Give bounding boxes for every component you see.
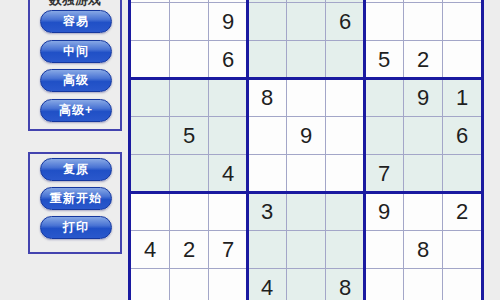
cell-r2c8[interactable] (404, 3, 442, 40)
cell-r9c9[interactable] (443, 269, 481, 300)
cell-r2c3[interactable]: 9 (209, 3, 247, 40)
cell-r1c2[interactable] (170, 0, 208, 2)
cell-r8c3[interactable]: 7 (209, 231, 247, 268)
action-button-restart[interactable]: 重新开始 (40, 187, 112, 210)
cell-r8c6[interactable] (326, 231, 364, 268)
cell-r6c6[interactable] (326, 155, 364, 192)
difficulty-button-advanced-plus[interactable]: 高级+ (40, 99, 112, 122)
cell-r5c1[interactable] (131, 117, 169, 154)
cell-r7c1[interactable] (131, 193, 169, 230)
sudoku-app: 数独游戏 容易 中间 高级 高级+ 复原 重新开始 打印 96652891596… (0, 0, 500, 300)
cell-r9c4[interactable]: 4 (248, 269, 286, 300)
cell-r4c5[interactable] (287, 79, 325, 116)
cell-r1c1[interactable] (131, 0, 169, 2)
cell-r3c8[interactable]: 2 (404, 41, 442, 78)
sudoku-board: 9665289159647392427848 (128, 0, 484, 300)
cell-r5c4[interactable] (248, 117, 286, 154)
cell-r2c4[interactable] (248, 3, 286, 40)
difficulty-button-advanced[interactable]: 高级 (40, 69, 112, 92)
action-button-print[interactable]: 打印 (40, 216, 112, 239)
cell-r5c8[interactable] (404, 117, 442, 154)
cell-r8c9[interactable] (443, 231, 481, 268)
cell-r1c7[interactable] (365, 0, 403, 2)
cell-r1c4[interactable] (248, 0, 286, 2)
cell-r2c7[interactable] (365, 3, 403, 40)
cell-r2c2[interactable] (170, 3, 208, 40)
cell-r4c9[interactable]: 1 (443, 79, 481, 116)
cell-r9c8[interactable] (404, 269, 442, 300)
cell-r6c7[interactable]: 7 (365, 155, 403, 192)
cell-r7c9[interactable]: 2 (443, 193, 481, 230)
cell-r1c8[interactable] (404, 0, 442, 2)
cell-r1c6[interactable] (326, 0, 364, 2)
cell-r2c5[interactable] (287, 3, 325, 40)
cell-r5c6[interactable] (326, 117, 364, 154)
cell-r1c9[interactable] (443, 0, 481, 2)
action-button-restore[interactable]: 复原 (40, 158, 112, 181)
cell-r5c9[interactable]: 6 (443, 117, 481, 154)
cell-r7c8[interactable] (404, 193, 442, 230)
cell-r2c6[interactable]: 6 (326, 3, 364, 40)
cell-r8c1[interactable]: 4 (131, 231, 169, 268)
cell-r4c8[interactable]: 9 (404, 79, 442, 116)
cell-r4c3[interactable] (209, 79, 247, 116)
cell-r9c6[interactable]: 8 (326, 269, 364, 300)
cell-r9c7[interactable] (365, 269, 403, 300)
cell-r4c4[interactable]: 8 (248, 79, 286, 116)
cell-r1c3[interactable] (209, 0, 247, 2)
cell-r3c3[interactable]: 6 (209, 41, 247, 78)
cell-r9c1[interactable] (131, 269, 169, 300)
cell-r2c9[interactable] (443, 3, 481, 40)
cell-r8c5[interactable] (287, 231, 325, 268)
difficulty-button-medium[interactable]: 中间 (40, 40, 112, 63)
cell-r8c2[interactable]: 2 (170, 231, 208, 268)
cell-r2c1[interactable] (131, 3, 169, 40)
cell-r4c1[interactable] (131, 79, 169, 116)
cell-r7c7[interactable]: 9 (365, 193, 403, 230)
cell-r8c7[interactable] (365, 231, 403, 268)
cell-r5c3[interactable] (209, 117, 247, 154)
cell-r5c7[interactable] (365, 117, 403, 154)
cell-r6c1[interactable] (131, 155, 169, 192)
cell-r6c8[interactable] (404, 155, 442, 192)
cell-r6c3[interactable]: 4 (209, 155, 247, 192)
cell-r9c3[interactable] (209, 269, 247, 300)
cell-r8c4[interactable] (248, 231, 286, 268)
sudoku-board-grid: 9665289159647392427848 (131, 0, 481, 300)
cell-r5c5[interactable]: 9 (287, 117, 325, 154)
cell-r3c2[interactable] (170, 41, 208, 78)
cell-r9c5[interactable] (287, 269, 325, 300)
difficulty-button-easy[interactable]: 容易 (40, 10, 112, 33)
cell-r6c2[interactable] (170, 155, 208, 192)
cell-r4c6[interactable] (326, 79, 364, 116)
cell-r5c2[interactable]: 5 (170, 117, 208, 154)
cell-r7c3[interactable] (209, 193, 247, 230)
cell-r3c7[interactable]: 5 (365, 41, 403, 78)
cell-r3c6[interactable] (326, 41, 364, 78)
cell-r7c2[interactable] (170, 193, 208, 230)
cell-r7c4[interactable]: 3 (248, 193, 286, 230)
cell-r3c1[interactable] (131, 41, 169, 78)
cell-r1c5[interactable] (287, 0, 325, 2)
cell-r9c2[interactable] (170, 269, 208, 300)
cell-r3c4[interactable] (248, 41, 286, 78)
cell-r7c5[interactable] (287, 193, 325, 230)
cell-r6c9[interactable] (443, 155, 481, 192)
cell-r7c6[interactable] (326, 193, 364, 230)
cell-r3c5[interactable] (287, 41, 325, 78)
cell-r8c8[interactable]: 8 (404, 231, 442, 268)
cell-r4c7[interactable] (365, 79, 403, 116)
cell-r3c9[interactable] (443, 41, 481, 78)
cell-r6c4[interactable] (248, 155, 286, 192)
cell-r6c5[interactable] (287, 155, 325, 192)
cell-r4c2[interactable] (170, 79, 208, 116)
